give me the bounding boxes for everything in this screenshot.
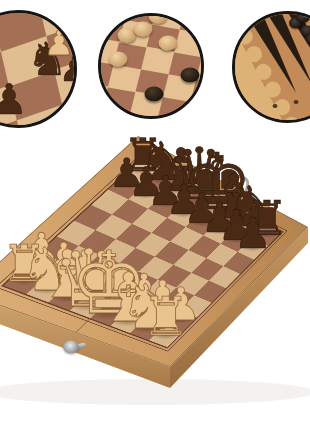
checkers-disc-light [134, 22, 153, 37]
product-photo-stage: ♜♞♝♛♚♝♞♜♟♟♟♟♟♟♟♟♟♟♟♟♟♟♟♟♜♞♝♛♚♝♞♜ ♞♟♟♟ [0, 0, 310, 430]
screw-dot [294, 100, 299, 104]
ground-shadow [0, 379, 310, 405]
clasp-knob-icon [63, 340, 79, 353]
checkers-disc-light [109, 52, 128, 67]
inset-chess-piece-dark: ♟ [0, 79, 28, 121]
inset-chess-piece-dark: ♟ [59, 51, 77, 87]
checkers-disc-light [159, 36, 178, 51]
hinge-icon [239, 190, 260, 205]
checkers-disc-dark [181, 68, 200, 83]
inset-checkers-closeup [98, 13, 204, 119]
checkers-disc-dark [145, 87, 164, 102]
screw-dot [273, 104, 278, 108]
